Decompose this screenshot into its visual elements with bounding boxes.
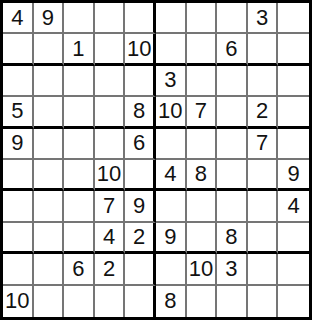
cell-r6c5-empty[interactable] — [125, 160, 156, 191]
cell-r6c3-empty[interactable] — [64, 160, 95, 191]
cell-r3c1-empty[interactable] — [3, 66, 34, 97]
cell-r3c3-empty[interactable] — [64, 66, 95, 97]
cell-r9c6-empty[interactable] — [156, 254, 187, 285]
cell-r9c3-given[interactable]: 6 — [64, 254, 95, 285]
cell-r6c9-empty[interactable] — [248, 160, 279, 191]
cell-r10c2-empty[interactable] — [34, 286, 65, 317]
cell-r1c8-empty[interactable] — [217, 3, 248, 34]
cell-r6c6-given[interactable]: 4 — [156, 160, 187, 191]
cell-r3c8-empty[interactable] — [217, 66, 248, 97]
cell-r6c7-given[interactable]: 8 — [187, 160, 218, 191]
cell-r2c7-empty[interactable] — [187, 34, 218, 65]
cell-r1c4-empty[interactable] — [95, 3, 126, 34]
cell-r10c6-given[interactable]: 8 — [156, 286, 187, 317]
cell-r4c3-empty[interactable] — [64, 97, 95, 128]
cell-r9c2-empty[interactable] — [34, 254, 65, 285]
cell-r6c2-empty[interactable] — [34, 160, 65, 191]
cell-r7c5-given[interactable]: 9 — [125, 191, 156, 222]
cell-r3c7-empty[interactable] — [187, 66, 218, 97]
cell-r9c8-given[interactable]: 3 — [217, 254, 248, 285]
cell-r10c8-empty[interactable] — [217, 286, 248, 317]
cell-r2c4-empty[interactable] — [95, 34, 126, 65]
cell-r5c5-given[interactable]: 6 — [125, 129, 156, 160]
cell-r7c3-empty[interactable] — [64, 191, 95, 222]
cell-r8c5-given[interactable]: 2 — [125, 223, 156, 254]
cell-r10c5-empty[interactable] — [125, 286, 156, 317]
cell-r9c9-empty[interactable] — [248, 254, 279, 285]
cell-r6c4-given[interactable]: 10 — [95, 160, 126, 191]
cell-r9c7-given[interactable]: 10 — [187, 254, 218, 285]
cell-r1c7-empty[interactable] — [187, 3, 218, 34]
cell-r5c8-empty[interactable] — [217, 129, 248, 160]
cell-r1c3-empty[interactable] — [64, 3, 95, 34]
cell-r5c3-empty[interactable] — [64, 129, 95, 160]
cell-r3c6-given[interactable]: 3 — [156, 66, 187, 97]
cell-r7c6-empty[interactable] — [156, 191, 187, 222]
cell-r2c6-empty[interactable] — [156, 34, 187, 65]
cell-r10c9-empty[interactable] — [248, 286, 279, 317]
cell-r6c8-empty[interactable] — [217, 160, 248, 191]
cell-r8c3-empty[interactable] — [64, 223, 95, 254]
cell-r9c1-empty[interactable] — [3, 254, 34, 285]
cell-r6c10-given[interactable]: 9 — [278, 160, 309, 191]
sudoku-board: 4931106358107296710489794429862103108 — [0, 0, 312, 320]
cell-r9c5-empty[interactable] — [125, 254, 156, 285]
cell-r2c2-empty[interactable] — [34, 34, 65, 65]
cell-r10c1-given[interactable]: 10 — [3, 286, 34, 317]
cell-r3c4-empty[interactable] — [95, 66, 126, 97]
cell-r10c3-empty[interactable] — [64, 286, 95, 317]
cell-r7c10-given[interactable]: 4 — [278, 191, 309, 222]
cell-r4c8-empty[interactable] — [217, 97, 248, 128]
cell-r1c1-given[interactable]: 4 — [3, 3, 34, 34]
cell-r9c10-empty[interactable] — [278, 254, 309, 285]
cell-r1c6-empty[interactable] — [156, 3, 187, 34]
cell-r4c10-empty[interactable] — [278, 97, 309, 128]
cell-r4c4-empty[interactable] — [95, 97, 126, 128]
cell-r3c2-empty[interactable] — [34, 66, 65, 97]
cell-r10c10-empty[interactable] — [278, 286, 309, 317]
cell-r5c1-given[interactable]: 9 — [3, 129, 34, 160]
cell-r5c9-given[interactable]: 7 — [248, 129, 279, 160]
cell-r7c7-empty[interactable] — [187, 191, 218, 222]
cell-r2c1-empty[interactable] — [3, 34, 34, 65]
cell-r2c3-given[interactable]: 1 — [64, 34, 95, 65]
cell-r3c10-empty[interactable] — [278, 66, 309, 97]
cell-r2c10-empty[interactable] — [278, 34, 309, 65]
cell-r1c5-empty[interactable] — [125, 3, 156, 34]
cell-r4c1-given[interactable]: 5 — [3, 97, 34, 128]
cell-r4c2-empty[interactable] — [34, 97, 65, 128]
cell-r3c9-empty[interactable] — [248, 66, 279, 97]
cell-r8c9-empty[interactable] — [248, 223, 279, 254]
cell-r3c5-empty[interactable] — [125, 66, 156, 97]
cell-r4c6-given[interactable]: 10 — [156, 97, 187, 128]
cell-r5c10-empty[interactable] — [278, 129, 309, 160]
cell-r4c9-given[interactable]: 2 — [248, 97, 279, 128]
cell-r4c5-given[interactable]: 8 — [125, 97, 156, 128]
cell-r7c2-empty[interactable] — [34, 191, 65, 222]
cell-r10c4-empty[interactable] — [95, 286, 126, 317]
cell-r5c6-empty[interactable] — [156, 129, 187, 160]
cell-r2c5-given[interactable]: 10 — [125, 34, 156, 65]
cell-r6c1-empty[interactable] — [3, 160, 34, 191]
cell-r7c1-empty[interactable] — [3, 191, 34, 222]
cell-r1c10-empty[interactable] — [278, 3, 309, 34]
cell-r7c4-given[interactable]: 7 — [95, 191, 126, 222]
cell-r8c10-empty[interactable] — [278, 223, 309, 254]
cell-r1c9-given[interactable]: 3 — [248, 3, 279, 34]
cell-r7c8-empty[interactable] — [217, 191, 248, 222]
cell-r8c6-given[interactable]: 9 — [156, 223, 187, 254]
cell-r10c7-empty[interactable] — [187, 286, 218, 317]
cell-r5c4-empty[interactable] — [95, 129, 126, 160]
cell-r9c4-given[interactable]: 2 — [95, 254, 126, 285]
cell-r5c7-empty[interactable] — [187, 129, 218, 160]
cell-r7c9-empty[interactable] — [248, 191, 279, 222]
cell-r8c2-empty[interactable] — [34, 223, 65, 254]
cell-r8c8-given[interactable]: 8 — [217, 223, 248, 254]
cell-r8c4-given[interactable]: 4 — [95, 223, 126, 254]
cell-r4c7-given[interactable]: 7 — [187, 97, 218, 128]
cell-r8c1-empty[interactable] — [3, 223, 34, 254]
cell-r2c9-empty[interactable] — [248, 34, 279, 65]
cell-r2c8-given[interactable]: 6 — [217, 34, 248, 65]
cell-r1c2-given[interactable]: 9 — [34, 3, 65, 34]
cell-r8c7-empty[interactable] — [187, 223, 218, 254]
cell-r5c2-empty[interactable] — [34, 129, 65, 160]
